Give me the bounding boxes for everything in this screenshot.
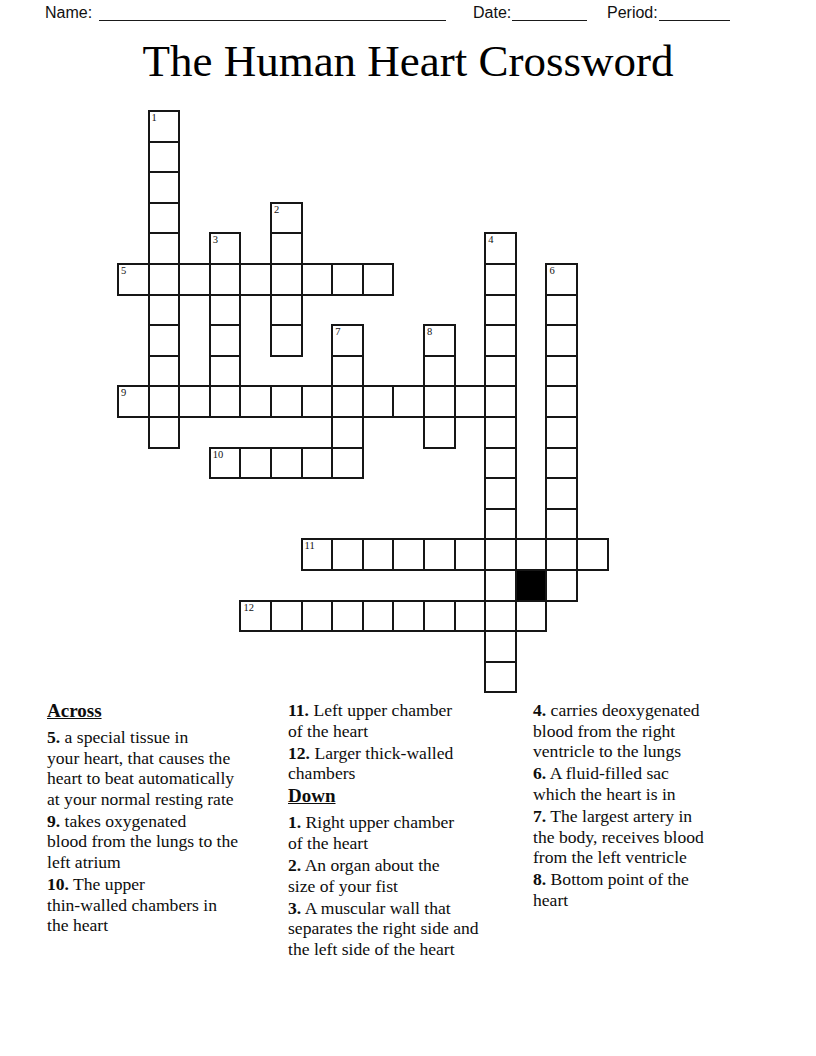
clue-number: 1. <box>288 812 301 832</box>
grid-cell[interactable] <box>301 263 334 296</box>
grid-cell[interactable] <box>209 385 242 418</box>
grid-cell[interactable] <box>392 385 425 418</box>
worksheet-page: Name: Date: Period: The Human Heart Cros… <box>0 0 816 1056</box>
grid-cell[interactable] <box>331 355 364 388</box>
grid-cell[interactable] <box>545 538 578 571</box>
grid-cell[interactable] <box>209 294 242 327</box>
date-label: Date: <box>473 3 511 22</box>
grid-cell[interactable] <box>148 232 181 265</box>
grid-cell[interactable] <box>484 538 517 571</box>
grid-cell[interactable] <box>423 600 456 633</box>
grid-cell[interactable] <box>454 385 487 418</box>
grid-cell[interactable] <box>148 355 181 388</box>
grid-cell[interactable] <box>423 538 456 571</box>
grid-cell[interactable]: 6 <box>545 263 578 296</box>
grid-cell[interactable] <box>484 294 517 327</box>
grid-cell[interactable] <box>331 263 364 296</box>
grid-cell[interactable] <box>270 263 303 296</box>
grid-cell[interactable]: 1 <box>148 110 181 143</box>
grid-cell[interactable] <box>484 661 517 694</box>
clue-number: 3. <box>288 898 301 918</box>
grid-cell[interactable] <box>576 538 609 571</box>
grid-cell[interactable] <box>484 630 517 663</box>
grid-cell[interactable] <box>148 385 181 418</box>
grid-cell[interactable] <box>423 355 456 388</box>
cell-number: 8 <box>427 326 432 338</box>
clue: 12. Larger thick-walled chambers <box>288 743 538 784</box>
cell-number: 7 <box>335 326 340 338</box>
grid-cell[interactable]: 4 <box>484 232 517 265</box>
grid-cell[interactable] <box>148 324 181 357</box>
clue: 1. Right upper chamber of the heart <box>288 812 538 853</box>
grid-cell[interactable] <box>301 447 334 480</box>
grid-cell[interactable] <box>148 294 181 327</box>
grid-cell[interactable]: 10 <box>209 447 242 480</box>
grid-cell[interactable] <box>545 416 578 449</box>
grid-cell[interactable] <box>545 477 578 510</box>
grid-cell[interactable] <box>484 477 517 510</box>
grid-cell[interactable] <box>270 447 303 480</box>
grid-cell[interactable] <box>362 385 395 418</box>
clue: 6. A fluid-filled sac which the heart is… <box>533 763 783 804</box>
cell-number: 3 <box>213 234 218 246</box>
grid-cell[interactable] <box>484 385 517 418</box>
grid-cell[interactable] <box>454 600 487 633</box>
clue-number: 8. <box>533 869 546 889</box>
grid-cell[interactable] <box>148 263 181 296</box>
grid-cell[interactable] <box>239 447 272 480</box>
grid-cell[interactable] <box>331 447 364 480</box>
grid-cell[interactable] <box>484 508 517 541</box>
grid-cell[interactable]: 11 <box>301 538 334 571</box>
clues-column-3: 4. carries deoxygenated blood from the r… <box>533 700 783 912</box>
cell-number: 9 <box>121 387 126 399</box>
date-blank-line[interactable] <box>512 20 587 21</box>
grid-cell[interactable] <box>331 538 364 571</box>
grid-cell[interactable] <box>148 416 181 449</box>
grid-cell[interactable] <box>178 263 211 296</box>
clue-number: 4. <box>533 700 546 720</box>
cell-number: 1 <box>152 112 157 124</box>
grid-cell[interactable]: 5 <box>117 263 150 296</box>
grid-cell[interactable] <box>148 202 181 235</box>
grid-cell[interactable] <box>331 600 364 633</box>
grid-cell[interactable] <box>209 324 242 357</box>
clue-number: 12. <box>288 743 310 763</box>
grid-cell[interactable] <box>484 324 517 357</box>
grid-cell[interactable] <box>148 141 181 174</box>
grid-cell[interactable] <box>239 263 272 296</box>
clue: 11. Left upper chamber of the heart <box>288 700 538 741</box>
grid-cell[interactable] <box>515 600 548 633</box>
grid-cell[interactable] <box>148 171 181 204</box>
grid-cell[interactable] <box>454 538 487 571</box>
grid-cell[interactable] <box>545 385 578 418</box>
clue-number: 6. <box>533 763 546 783</box>
grid-cell[interactable] <box>545 508 578 541</box>
clue: 4. carries deoxygenated blood from the r… <box>533 700 783 762</box>
name-blank-line[interactable] <box>99 20 446 21</box>
grid-cell[interactable] <box>545 324 578 357</box>
period-blank-line[interactable] <box>659 20 730 21</box>
grid-cell[interactable] <box>362 600 395 633</box>
grid-cell[interactable] <box>484 447 517 480</box>
grid-cell[interactable] <box>270 324 303 357</box>
grid-cell[interactable]: 2 <box>270 202 303 235</box>
clue-section-heading: Across <box>47 700 297 722</box>
name-label: Name: <box>45 3 92 22</box>
clue-number: 7. <box>533 806 546 826</box>
grid-cell[interactable] <box>301 385 334 418</box>
clue-number: 2. <box>288 855 301 875</box>
grid-cell[interactable] <box>270 294 303 327</box>
grid-cell[interactable] <box>331 385 364 418</box>
grid-cell[interactable] <box>362 263 395 296</box>
grid-cell[interactable]: 12 <box>239 600 272 633</box>
grid-cell[interactable] <box>484 569 517 602</box>
cell-number: 10 <box>213 449 224 461</box>
grid-cell[interactable] <box>484 263 517 296</box>
clues-column-2: 11. Left upper chamber of the heart12. L… <box>288 700 538 961</box>
crossword-grid: 123456789101112 <box>117 110 609 694</box>
grid-cell[interactable] <box>545 294 578 327</box>
grid-cell[interactable] <box>423 385 456 418</box>
grid-cell[interactable] <box>209 355 242 388</box>
grid-cell[interactable] <box>545 447 578 480</box>
grid-cell[interactable] <box>209 263 242 296</box>
cell-number: 11 <box>305 540 315 552</box>
grid-cell[interactable] <box>545 355 578 388</box>
cell-number: 12 <box>243 602 254 614</box>
grid-cell[interactable] <box>270 385 303 418</box>
grid-cell[interactable]: 9 <box>117 385 150 418</box>
grid-cell[interactable] <box>178 385 211 418</box>
grid-cell[interactable] <box>392 600 425 633</box>
clue: 10. The upper thin-walled chambers in th… <box>47 874 297 936</box>
grid-cell[interactable] <box>515 538 548 571</box>
grid-cell[interactable] <box>270 232 303 265</box>
grid-cell[interactable]: 3 <box>209 232 242 265</box>
grid-cell[interactable] <box>392 538 425 571</box>
grid-cell[interactable]: 7 <box>331 324 364 357</box>
clue-number: 10. <box>47 874 69 894</box>
clue: 9. takes oxygenated blood from the lungs… <box>47 811 297 873</box>
grid-cell[interactable] <box>331 416 364 449</box>
clue: 8. Bottom point of the heart <box>533 869 783 910</box>
period-label: Period: <box>607 3 658 22</box>
cell-number: 2 <box>274 204 279 216</box>
grid-cell[interactable] <box>423 416 456 449</box>
grid-cell[interactable] <box>301 600 334 633</box>
grid-cell[interactable] <box>545 569 578 602</box>
page-title: The Human Heart Crossword <box>0 36 816 86</box>
clue: 5. a special tissue in your heart, that … <box>47 727 297 809</box>
clue-number: 9. <box>47 811 60 831</box>
grid-cell[interactable] <box>484 355 517 388</box>
clue-section-heading: Down <box>288 785 538 807</box>
cell-number: 4 <box>488 234 493 246</box>
black-cell <box>515 569 548 602</box>
cell-number: 5 <box>121 265 126 277</box>
grid-cell[interactable] <box>484 416 517 449</box>
clue-number: 5. <box>47 727 60 747</box>
cell-number: 6 <box>549 265 554 277</box>
clue: 7. The largest artery in the body, recei… <box>533 806 783 868</box>
clue: 2. An organ about the size of your fist <box>288 855 538 896</box>
grid-cell[interactable] <box>484 600 517 633</box>
clue-number: 11. <box>288 700 309 720</box>
clue: 3. A muscular wall that separates the ri… <box>288 898 538 960</box>
clues-column-1: Across5. a special tissue in your heart,… <box>47 700 297 937</box>
grid-cell[interactable] <box>270 600 303 633</box>
grid-cell[interactable]: 8 <box>423 324 456 357</box>
grid-cell[interactable] <box>239 385 272 418</box>
grid-cell[interactable] <box>362 538 395 571</box>
